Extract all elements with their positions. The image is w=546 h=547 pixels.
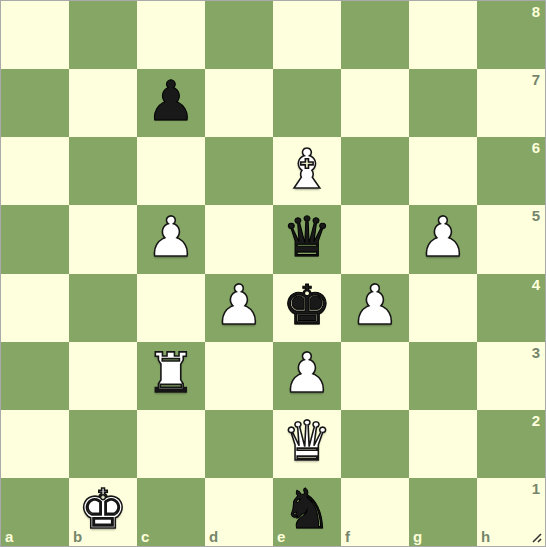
square-f8[interactable] [341,1,409,69]
square-f2[interactable] [341,410,409,478]
rank-label-2: 2 [532,413,540,428]
file-label-g: g [413,529,422,544]
square-e8[interactable] [273,1,341,69]
piece-white-pawn[interactable]: ♟ [282,346,331,401]
square-f4[interactable]: ♟ [341,274,409,342]
rank-label-1: 1 [532,481,540,496]
square-g2[interactable] [409,410,477,478]
square-e4[interactable]: ♚ [273,274,341,342]
piece-white-pawn[interactable]: ♟ [418,210,467,265]
square-a6[interactable] [1,137,69,205]
piece-black-king[interactable]: ♚ [282,278,331,333]
square-c3[interactable]: ♜ [137,342,205,410]
square-g8[interactable] [409,1,477,69]
square-d7[interactable] [205,69,273,137]
square-h2[interactable]: 2 [477,410,545,478]
file-label-h: h [481,529,490,544]
file-label-d: d [209,529,218,544]
square-c6[interactable] [137,137,205,205]
square-h5[interactable]: 5 [477,205,545,273]
file-label-f: f [345,529,350,544]
square-g4[interactable] [409,274,477,342]
rank-label-8: 8 [532,4,540,19]
square-a1[interactable]: a [1,478,69,546]
rank-label-7: 7 [532,72,540,87]
file-label-b: b [73,529,82,544]
square-d3[interactable] [205,342,273,410]
square-a2[interactable] [1,410,69,478]
square-a7[interactable] [1,69,69,137]
square-h7[interactable]: 7 [477,69,545,137]
rank-label-3: 3 [532,345,540,360]
rank-label-4: 4 [532,277,540,292]
square-e3[interactable]: ♟ [273,342,341,410]
piece-white-pawn[interactable]: ♟ [350,278,399,333]
square-h6[interactable]: 6 [477,137,545,205]
square-e7[interactable] [273,69,341,137]
square-h4[interactable]: 4 [477,274,545,342]
piece-white-bishop[interactable]: ♝ [282,142,331,197]
file-label-e: e [277,529,285,544]
square-c4[interactable] [137,274,205,342]
square-b8[interactable] [69,1,137,69]
square-c2[interactable] [137,410,205,478]
square-e1[interactable]: ♞e [273,478,341,546]
square-e2[interactable]: ♛ [273,410,341,478]
piece-black-knight[interactable]: ♞ [282,482,331,537]
square-f6[interactable] [341,137,409,205]
square-a8[interactable] [1,1,69,69]
square-c5[interactable]: ♟ [137,205,205,273]
square-b2[interactable] [69,410,137,478]
piece-white-rook[interactable]: ♜ [146,346,195,401]
square-b4[interactable] [69,274,137,342]
square-b3[interactable] [69,342,137,410]
square-c8[interactable] [137,1,205,69]
square-d2[interactable] [205,410,273,478]
square-g7[interactable] [409,69,477,137]
square-d1[interactable]: d [205,478,273,546]
file-label-a: a [5,529,13,544]
piece-black-queen[interactable]: ♛ [282,210,331,265]
square-h1[interactable]: 1h [477,478,545,546]
square-h3[interactable]: 3 [477,342,545,410]
rank-label-6: 6 [532,140,540,155]
square-b7[interactable] [69,69,137,137]
square-d6[interactable] [205,137,273,205]
chess-board: 8♟7♝6♟♛♟5♟♚♟4♜♟3♛2a♚bcd♞efg1h [0,0,546,547]
square-b5[interactable] [69,205,137,273]
square-g1[interactable]: g [409,478,477,546]
square-f3[interactable] [341,342,409,410]
file-label-c: c [141,529,149,544]
square-a4[interactable] [1,274,69,342]
square-b6[interactable] [69,137,137,205]
square-d5[interactable] [205,205,273,273]
square-d8[interactable] [205,1,273,69]
square-f1[interactable]: f [341,478,409,546]
square-c7[interactable]: ♟ [137,69,205,137]
square-g5[interactable]: ♟ [409,205,477,273]
piece-white-queen[interactable]: ♛ [282,414,331,469]
square-h8[interactable]: 8 [477,1,545,69]
piece-white-king[interactable]: ♚ [78,482,127,537]
square-g3[interactable] [409,342,477,410]
square-b1[interactable]: ♚b [69,478,137,546]
square-c1[interactable]: c [137,478,205,546]
square-f5[interactable] [341,205,409,273]
square-a3[interactable] [1,342,69,410]
square-d4[interactable]: ♟ [205,274,273,342]
resize-handle-icon[interactable] [530,531,543,544]
square-e5[interactable]: ♛ [273,205,341,273]
square-e6[interactable]: ♝ [273,137,341,205]
piece-black-pawn[interactable]: ♟ [146,74,195,129]
piece-white-pawn[interactable]: ♟ [146,210,195,265]
rank-label-5: 5 [532,208,540,223]
piece-white-pawn[interactable]: ♟ [214,278,263,333]
square-f7[interactable] [341,69,409,137]
square-g6[interactable] [409,137,477,205]
square-a5[interactable] [1,205,69,273]
